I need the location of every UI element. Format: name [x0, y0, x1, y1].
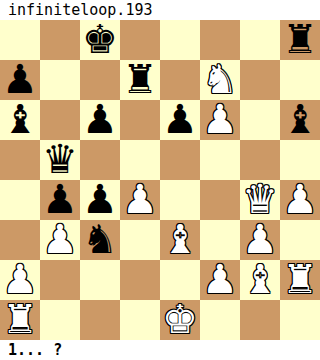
square-h6[interactable]: ♝ [280, 100, 320, 140]
square-e4[interactable] [160, 180, 200, 220]
square-g2[interactable]: ♝ [240, 260, 280, 300]
square-a4[interactable] [0, 180, 40, 220]
square-c8[interactable]: ♚ [80, 20, 120, 60]
square-c2[interactable] [80, 260, 120, 300]
square-d3[interactable] [120, 220, 160, 260]
piece-white-pawn[interactable]: ♟ [202, 260, 238, 299]
piece-black-pawn[interactable]: ♟ [2, 60, 38, 99]
square-a5[interactable] [0, 140, 40, 180]
piece-white-bishop[interactable]: ♝ [162, 220, 198, 259]
square-g6[interactable] [240, 100, 280, 140]
square-d2[interactable] [120, 260, 160, 300]
square-f3[interactable] [200, 220, 240, 260]
piece-white-pawn[interactable]: ♟ [122, 180, 158, 219]
piece-black-pawn[interactable]: ♟ [82, 100, 118, 139]
piece-black-queen[interactable]: ♛ [42, 140, 78, 179]
status-bar: 1... ? [0, 340, 320, 360]
square-c3[interactable]: ♞ [80, 220, 120, 260]
square-g4[interactable]: ♛ [240, 180, 280, 220]
square-h8[interactable]: ♜ [280, 20, 320, 60]
square-g3[interactable]: ♟ [240, 220, 280, 260]
square-g5[interactable] [240, 140, 280, 180]
square-g7[interactable] [240, 60, 280, 100]
square-h3[interactable] [280, 220, 320, 260]
square-d7[interactable]: ♜ [120, 60, 160, 100]
square-c6[interactable]: ♟ [80, 100, 120, 140]
square-d6[interactable] [120, 100, 160, 140]
square-e8[interactable] [160, 20, 200, 60]
square-b4[interactable]: ♟ [40, 180, 80, 220]
square-e3[interactable]: ♝ [160, 220, 200, 260]
piece-white-rook[interactable]: ♜ [2, 300, 38, 339]
square-c4[interactable]: ♟ [80, 180, 120, 220]
piece-black-bishop[interactable]: ♝ [282, 100, 318, 139]
title-bar: infiniteloop.193 [0, 0, 320, 20]
piece-white-queen[interactable]: ♛ [242, 180, 278, 219]
square-f6[interactable]: ♟ [200, 100, 240, 140]
piece-white-pawn[interactable]: ♟ [282, 180, 318, 219]
square-b7[interactable] [40, 60, 80, 100]
square-d4[interactable]: ♟ [120, 180, 160, 220]
move-prompt: 1... ? [8, 341, 62, 359]
square-h5[interactable] [280, 140, 320, 180]
square-f5[interactable] [200, 140, 240, 180]
square-a7[interactable]: ♟ [0, 60, 40, 100]
square-h7[interactable] [280, 60, 320, 100]
square-b1[interactable] [40, 300, 80, 340]
square-c5[interactable] [80, 140, 120, 180]
piece-black-rook[interactable]: ♜ [282, 20, 318, 59]
square-c1[interactable] [80, 300, 120, 340]
chess-board: ♚♜♟♜♞♝♟♟♟♝♛♟♟♟♛♟♟♞♝♟♟♟♝♜♜♚ [0, 20, 320, 340]
piece-white-rook[interactable]: ♜ [282, 260, 318, 299]
piece-black-king[interactable]: ♚ [82, 20, 118, 59]
square-h2[interactable]: ♜ [280, 260, 320, 300]
puzzle-title: infiniteloop.193 [8, 1, 153, 19]
piece-white-bishop[interactable]: ♝ [242, 260, 278, 299]
square-d8[interactable] [120, 20, 160, 60]
square-a8[interactable] [0, 20, 40, 60]
square-a2[interactable]: ♟ [0, 260, 40, 300]
square-a6[interactable]: ♝ [0, 100, 40, 140]
piece-white-pawn[interactable]: ♟ [202, 100, 238, 139]
square-b6[interactable] [40, 100, 80, 140]
square-b5[interactable]: ♛ [40, 140, 80, 180]
piece-black-pawn[interactable]: ♟ [42, 180, 78, 219]
square-f4[interactable] [200, 180, 240, 220]
square-d1[interactable] [120, 300, 160, 340]
piece-white-pawn[interactable]: ♟ [242, 220, 278, 259]
square-f7[interactable]: ♞ [200, 60, 240, 100]
piece-white-pawn[interactable]: ♟ [2, 260, 38, 299]
piece-white-king[interactable]: ♚ [162, 300, 198, 339]
square-h1[interactable] [280, 300, 320, 340]
square-e5[interactable] [160, 140, 200, 180]
square-e1[interactable]: ♚ [160, 300, 200, 340]
piece-white-pawn[interactable]: ♟ [42, 220, 78, 259]
square-h4[interactable]: ♟ [280, 180, 320, 220]
square-b3[interactable]: ♟ [40, 220, 80, 260]
square-e6[interactable]: ♟ [160, 100, 200, 140]
square-f2[interactable]: ♟ [200, 260, 240, 300]
square-c7[interactable] [80, 60, 120, 100]
piece-black-pawn[interactable]: ♟ [162, 100, 198, 139]
square-b8[interactable] [40, 20, 80, 60]
piece-black-knight[interactable]: ♞ [82, 220, 118, 259]
square-g8[interactable] [240, 20, 280, 60]
square-a3[interactable] [0, 220, 40, 260]
square-f8[interactable] [200, 20, 240, 60]
square-b2[interactable] [40, 260, 80, 300]
square-e2[interactable] [160, 260, 200, 300]
square-f1[interactable] [200, 300, 240, 340]
square-a1[interactable]: ♜ [0, 300, 40, 340]
chess-puzzle-window: infiniteloop.193 ♚♜♟♜♞♝♟♟♟♝♛♟♟♟♛♟♟♞♝♟♟♟♝… [0, 0, 320, 360]
piece-black-pawn[interactable]: ♟ [82, 180, 118, 219]
square-g1[interactable] [240, 300, 280, 340]
piece-black-bishop[interactable]: ♝ [2, 100, 38, 139]
piece-white-knight[interactable]: ♞ [202, 60, 238, 99]
square-e7[interactable] [160, 60, 200, 100]
piece-black-rook[interactable]: ♜ [122, 60, 158, 99]
square-d5[interactable] [120, 140, 160, 180]
